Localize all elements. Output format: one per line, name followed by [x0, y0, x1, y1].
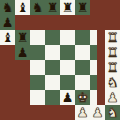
tray-square-7-6[interactable]: ♟: [105, 90, 120, 105]
chess-board: ♟♚: [30, 30, 97, 105]
white-pawn-piece[interactable]: ♟: [77, 105, 89, 120]
board-square-1-1[interactable]: [45, 45, 60, 60]
board-square-2-2[interactable]: [60, 60, 75, 75]
tray-square-0-1[interactable]: ♟: [0, 15, 15, 30]
black-knight-piece[interactable]: ♞: [32, 0, 44, 15]
black-bishop-piece[interactable]: ♝: [2, 30, 14, 45]
board-square-4-0[interactable]: [90, 30, 97, 45]
board-square-0-0[interactable]: [30, 30, 45, 45]
white-pawn-piece[interactable]: ♟: [107, 90, 119, 105]
board-square-1-2[interactable]: [45, 60, 60, 75]
tray-square-0-0[interactable]: ♞: [0, 0, 15, 15]
board-square-3-1[interactable]: [75, 45, 90, 60]
tray-square-1-2[interactable]: ♜: [15, 30, 30, 45]
board-square-0-3[interactable]: [30, 75, 45, 90]
board-square-0-4[interactable]: [30, 90, 45, 105]
black-pawn-piece[interactable]: ♟: [17, 45, 29, 60]
tray-square-1-3[interactable]: ♟: [15, 45, 30, 60]
board-square-2-3[interactable]: [60, 75, 75, 90]
tray-square-2-0[interactable]: ♞: [30, 0, 45, 15]
tray-square-7-2[interactable]: ♜: [105, 30, 120, 45]
chess-app-window: ♟♚ ♞♝♞♜♜♜♟♝♜♟♜♜♜♞♟♟♟♞: [0, 0, 120, 120]
board-square-3-3[interactable]: [75, 75, 90, 90]
tray-square-7-5[interactable]: ♞: [105, 75, 120, 90]
tray-square-0-2[interactable]: ♝: [0, 30, 15, 45]
white-rook-piece[interactable]: ♜: [107, 60, 119, 75]
board-square-3-2[interactable]: [75, 60, 90, 75]
board-square-1-4[interactable]: [45, 90, 60, 105]
board-square-2-1[interactable]: [60, 45, 75, 60]
board-square-2-0[interactable]: [60, 30, 75, 45]
tray-square-3-0[interactable]: ♜: [45, 0, 60, 15]
white-king-piece[interactable]: ♚: [77, 90, 89, 105]
chess-board-grid: ♟♚: [30, 30, 97, 105]
board-square-0-1[interactable]: [30, 45, 45, 60]
board-square-4-4[interactable]: [90, 90, 97, 105]
tray-square-7-7[interactable]: ♞: [105, 105, 120, 120]
board-square-3-4[interactable]: ♚: [75, 90, 90, 105]
white-rook-piece[interactable]: ♜: [107, 45, 119, 60]
black-rook-piece[interactable]: ♜: [77, 0, 89, 15]
board-square-1-3[interactable]: [45, 75, 60, 90]
tray-square-4-0[interactable]: ♜: [60, 0, 75, 15]
black-knight-piece[interactable]: ♞: [2, 0, 14, 15]
black-pawn-piece[interactable]: ♟: [2, 15, 14, 30]
white-knight-piece[interactable]: ♞: [107, 75, 119, 90]
board-square-4-2[interactable]: [90, 60, 97, 75]
tray-square-1-0[interactable]: ♝: [15, 0, 30, 15]
tray-square-7-3[interactable]: ♜: [105, 45, 120, 60]
white-pawn-piece[interactable]: ♟: [92, 105, 104, 120]
board-square-0-2[interactable]: [30, 60, 45, 75]
tray-square-6-7[interactable]: ♟: [90, 105, 105, 120]
black-pawn-piece[interactable]: ♟: [62, 90, 74, 105]
board-square-2-4[interactable]: ♟: [60, 90, 75, 105]
board-square-1-0[interactable]: [45, 30, 60, 45]
tray-square-5-7[interactable]: ♟: [75, 105, 90, 120]
black-rook-piece[interactable]: ♜: [62, 0, 74, 15]
black-bishop-piece[interactable]: ♝: [17, 0, 29, 15]
board-square-4-1[interactable]: [90, 45, 97, 60]
white-knight-piece[interactable]: ♞: [107, 105, 119, 120]
tray-square-5-0[interactable]: ♜: [75, 0, 90, 15]
tray-square-7-4[interactable]: ♜: [105, 60, 120, 75]
black-rook-piece[interactable]: ♜: [17, 30, 29, 45]
board-square-4-3[interactable]: [90, 75, 97, 90]
white-rook-piece[interactable]: ♜: [107, 30, 119, 45]
black-rook-piece[interactable]: ♜: [47, 0, 59, 15]
board-square-3-0[interactable]: [75, 30, 90, 45]
